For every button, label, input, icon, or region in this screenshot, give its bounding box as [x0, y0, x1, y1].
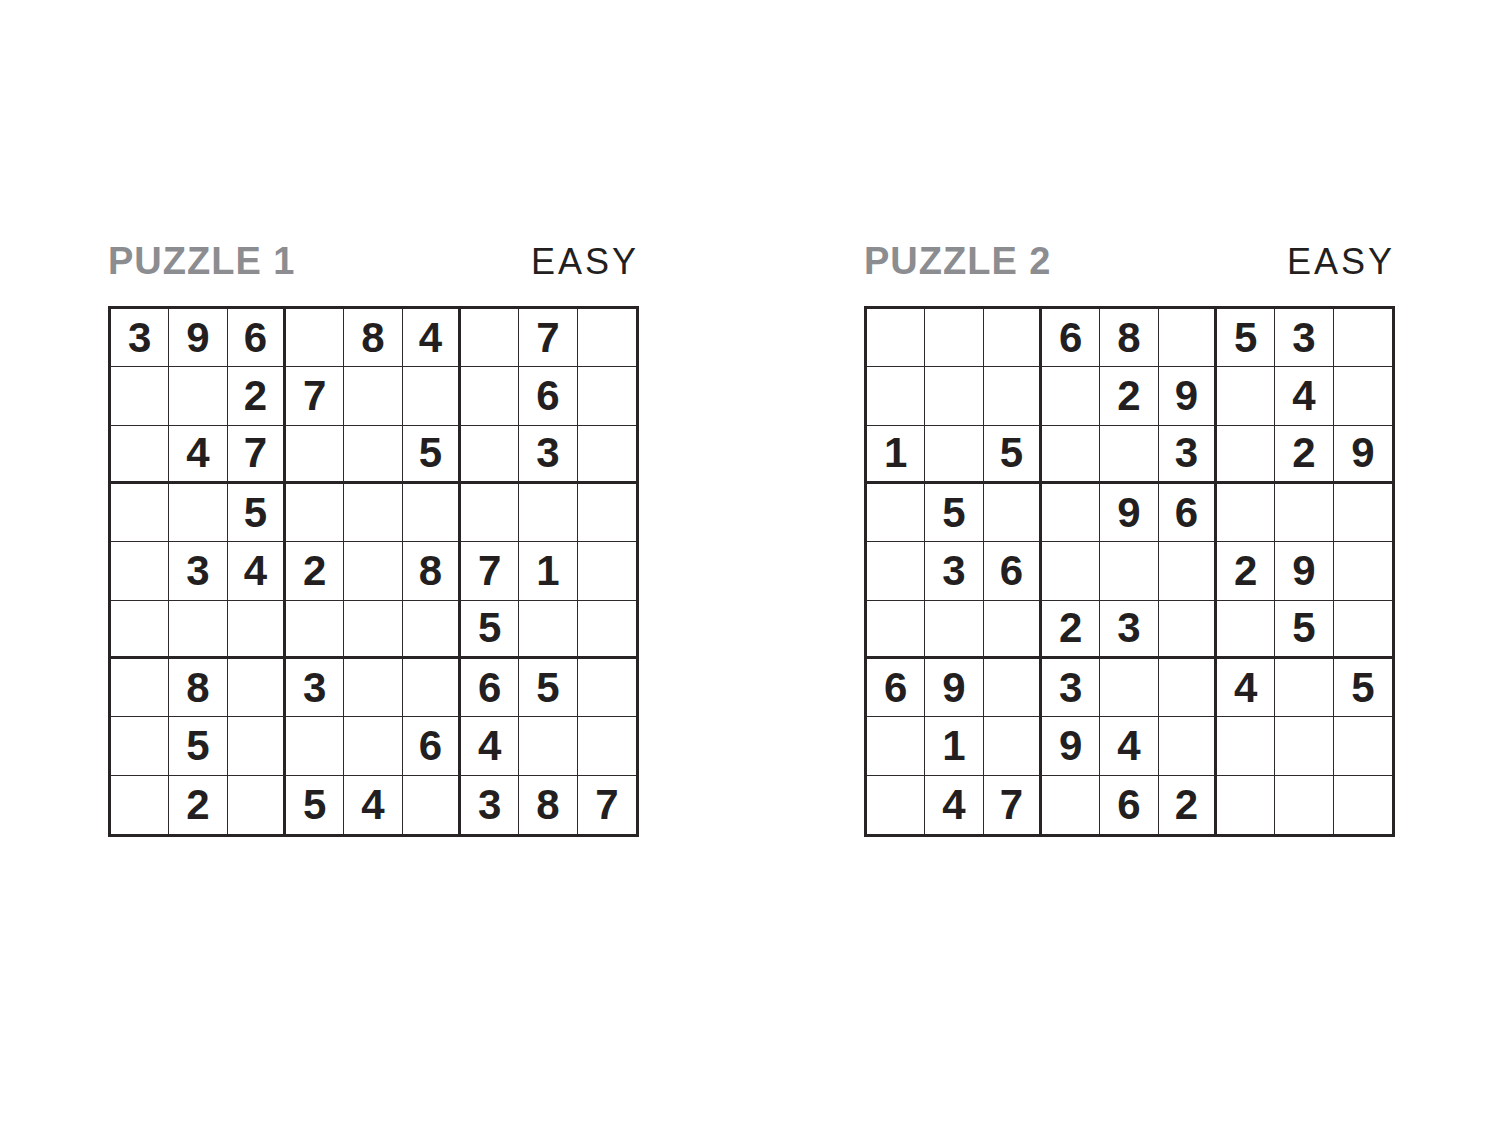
sudoku-cell-r8c1[interactable]: [867, 717, 925, 775]
sudoku-cell-r4c2[interactable]: 5: [925, 484, 983, 542]
sudoku-cell-r9c5[interactable]: 4: [344, 776, 402, 834]
sudoku-cell-r2c1[interactable]: [111, 367, 169, 425]
sudoku-cell-r3c1[interactable]: 1: [867, 426, 925, 484]
sudoku-cell-r1c4[interactable]: 6: [1042, 309, 1100, 367]
sudoku-cell-r7c1[interactable]: [111, 659, 169, 717]
sudoku-cell-r6c7[interactable]: 5: [461, 601, 519, 659]
sudoku-cell-r6c3[interactable]: [984, 601, 1042, 659]
sudoku-cell-r7c6[interactable]: [403, 659, 461, 717]
sudoku-cell-r9c6[interactable]: [403, 776, 461, 834]
sudoku-cell-r4c4[interactable]: [286, 484, 344, 542]
sudoku-cell-r9c7[interactable]: [1217, 776, 1275, 834]
sudoku-cell-r2c9[interactable]: [1334, 367, 1392, 425]
sudoku-cell-r3c2[interactable]: [925, 426, 983, 484]
sudoku-cell-r9c8[interactable]: [1275, 776, 1333, 834]
sudoku-cell-r9c7[interactable]: 3: [461, 776, 519, 834]
sudoku-cell-r4c3[interactable]: 5: [228, 484, 286, 542]
sudoku-cell-r5c4[interactable]: 2: [286, 542, 344, 600]
sudoku-cell-r6c7[interactable]: [1217, 601, 1275, 659]
sudoku-cell-r2c3[interactable]: 2: [228, 367, 286, 425]
sudoku-cell-r9c6[interactable]: 2: [1159, 776, 1217, 834]
sudoku-cell-r3c7[interactable]: [1217, 426, 1275, 484]
sudoku-cell-r6c2[interactable]: [169, 601, 227, 659]
sudoku-cell-r3c5[interactable]: [344, 426, 402, 484]
sudoku-cell-r1c6[interactable]: [1159, 309, 1217, 367]
sudoku-cell-r6c8[interactable]: 5: [1275, 601, 1333, 659]
sudoku-cell-r5c3[interactable]: 6: [984, 542, 1042, 600]
puzzle-1-title: PUZZLE 1: [108, 242, 295, 280]
sudoku-cell-r4c9[interactable]: [1334, 484, 1392, 542]
sudoku-cell-r3c1[interactable]: [111, 426, 169, 484]
sudoku-cell-r7c7[interactable]: 6: [461, 659, 519, 717]
sudoku-cell-r1c7[interactable]: [461, 309, 519, 367]
sudoku-cell-r4c7[interactable]: [461, 484, 519, 542]
sudoku-cell-r4c9[interactable]: [578, 484, 636, 542]
sudoku-cell-r7c8[interactable]: [1275, 659, 1333, 717]
sudoku-cell-r7c5[interactable]: [344, 659, 402, 717]
sudoku-cell-r1c3[interactable]: 6: [228, 309, 286, 367]
sudoku-cell-r1c8[interactable]: 3: [1275, 309, 1333, 367]
sudoku-cell-r3c6[interactable]: 3: [1159, 426, 1217, 484]
sudoku-cell-r8c6[interactable]: [1159, 717, 1217, 775]
sudoku-cell-r1c1[interactable]: [867, 309, 925, 367]
sudoku-cell-r3c2[interactable]: 4: [169, 426, 227, 484]
sudoku-cell-r2c2[interactable]: [169, 367, 227, 425]
sudoku-cell-r8c9[interactable]: [578, 717, 636, 775]
sudoku-cell-r6c2[interactable]: [925, 601, 983, 659]
sudoku-cell-r6c5[interactable]: 3: [1100, 601, 1158, 659]
sudoku-cell-r7c9[interactable]: [578, 659, 636, 717]
sudoku-cell-r4c6[interactable]: [403, 484, 461, 542]
sudoku-cell-r7c1[interactable]: 6: [867, 659, 925, 717]
sudoku-cell-r8c5[interactable]: [344, 717, 402, 775]
sudoku-cell-r9c4[interactable]: [1042, 776, 1100, 834]
sudoku-cell-r1c4[interactable]: [286, 309, 344, 367]
sudoku-cell-r9c8[interactable]: 8: [519, 776, 577, 834]
sudoku-cell-r3c8[interactable]: 3: [519, 426, 577, 484]
sudoku-cell-r2c9[interactable]: [578, 367, 636, 425]
sudoku-cell-r6c1[interactable]: [867, 601, 925, 659]
sudoku-cell-r7c9[interactable]: 5: [1334, 659, 1392, 717]
sudoku-cell-r2c1[interactable]: [867, 367, 925, 425]
sudoku-cell-r8c7[interactable]: 4: [461, 717, 519, 775]
sudoku-cell-r8c4[interactable]: [286, 717, 344, 775]
sudoku-cell-r2c6[interactable]: 9: [1159, 367, 1217, 425]
sudoku-cell-r6c4[interactable]: [286, 601, 344, 659]
sudoku-cell-r6c9[interactable]: [1334, 601, 1392, 659]
sudoku-cell-r5c2[interactable]: 3: [169, 542, 227, 600]
sudoku-cell-r2c7[interactable]: [461, 367, 519, 425]
puzzle-1-header: PUZZLE 1 EASY: [108, 242, 639, 284]
sudoku-cell-r3c6[interactable]: 5: [403, 426, 461, 484]
sudoku-cell-r8c4[interactable]: 9: [1042, 717, 1100, 775]
sudoku-cell-r7c5[interactable]: [1100, 659, 1158, 717]
sudoku-cell-r9c9[interactable]: [1334, 776, 1392, 834]
sudoku-cell-r6c3[interactable]: [228, 601, 286, 659]
sudoku-cell-r6c6[interactable]: [403, 601, 461, 659]
sudoku-cell-r2c4[interactable]: [1042, 367, 1100, 425]
sudoku-cell-r4c5[interactable]: 9: [1100, 484, 1158, 542]
sudoku-cell-r1c6[interactable]: 4: [403, 309, 461, 367]
sudoku-cell-r5c5[interactable]: [344, 542, 402, 600]
sudoku-cell-r3c9[interactable]: 9: [1334, 426, 1392, 484]
puzzle-2: PUZZLE 2 EASY 68532941532959636292356934…: [864, 242, 1395, 837]
sudoku-board-1: 3968472764753534287158365564254387: [108, 306, 639, 837]
sudoku-cell-r7c6[interactable]: [1159, 659, 1217, 717]
sudoku-cell-r7c3[interactable]: [984, 659, 1042, 717]
sudoku-cell-r3c8[interactable]: 2: [1275, 426, 1333, 484]
sudoku-cell-r2c8[interactable]: 4: [1275, 367, 1333, 425]
sudoku-cell-r7c2[interactable]: 8: [169, 659, 227, 717]
sudoku-cell-r9c1[interactable]: [111, 776, 169, 834]
sudoku-cell-r5c8[interactable]: 9: [1275, 542, 1333, 600]
sudoku-cell-r2c3[interactable]: [984, 367, 1042, 425]
sudoku-cell-r8c2[interactable]: 1: [925, 717, 983, 775]
sudoku-cell-r2c2[interactable]: [925, 367, 983, 425]
sudoku-cell-r3c3[interactable]: 7: [228, 426, 286, 484]
sudoku-cell-r6c5[interactable]: [344, 601, 402, 659]
puzzle-1-difficulty-label: EASY: [531, 244, 639, 280]
sudoku-cell-r1c5[interactable]: 8: [1100, 309, 1158, 367]
sudoku-cell-r3c7[interactable]: [461, 426, 519, 484]
sudoku-cell-r5c3[interactable]: 4: [228, 542, 286, 600]
sudoku-cell-r2c5[interactable]: [344, 367, 402, 425]
sudoku-cell-r5c9[interactable]: [578, 542, 636, 600]
sudoku-cell-r1c1[interactable]: 3: [111, 309, 169, 367]
sudoku-cell-r5c8[interactable]: 1: [519, 542, 577, 600]
sudoku-cell-r2c6[interactable]: [403, 367, 461, 425]
sudoku-cell-r7c2[interactable]: 9: [925, 659, 983, 717]
sudoku-cell-r4c8[interactable]: [1275, 484, 1333, 542]
sudoku-cell-r4c4[interactable]: [1042, 484, 1100, 542]
sudoku-cell-r5c1[interactable]: [111, 542, 169, 600]
sudoku-cell-r2c8[interactable]: 6: [519, 367, 577, 425]
sudoku-cell-r4c1[interactable]: [867, 484, 925, 542]
sudoku-cell-r3c3[interactable]: 5: [984, 426, 1042, 484]
sudoku-cell-r5c4[interactable]: [1042, 542, 1100, 600]
sudoku-cell-r5c6[interactable]: 8: [403, 542, 461, 600]
sudoku-cell-r9c4[interactable]: 5: [286, 776, 344, 834]
sudoku-cell-r9c1[interactable]: [867, 776, 925, 834]
sudoku-cell-r1c3[interactable]: [984, 309, 1042, 367]
sudoku-cell-r9c2[interactable]: 4: [925, 776, 983, 834]
sudoku-cell-r6c8[interactable]: [519, 601, 577, 659]
sudoku-cell-r8c2[interactable]: 5: [169, 717, 227, 775]
sudoku-cell-r2c5[interactable]: 2: [1100, 367, 1158, 425]
sudoku-board-2: 6853294153295963629235693451944762: [864, 306, 1395, 837]
sudoku-cell-r1c9[interactable]: [1334, 309, 1392, 367]
sudoku-cell-r1c7[interactable]: 5: [1217, 309, 1275, 367]
sudoku-cell-r5c1[interactable]: [867, 542, 925, 600]
sudoku-cell-r1c8[interactable]: 7: [519, 309, 577, 367]
sudoku-cell-r6c1[interactable]: [111, 601, 169, 659]
sudoku-cell-r8c7[interactable]: [1217, 717, 1275, 775]
sudoku-cell-r3c9[interactable]: [578, 426, 636, 484]
sudoku-cell-r9c5[interactable]: 6: [1100, 776, 1158, 834]
sudoku-cell-r5c5[interactable]: [1100, 542, 1158, 600]
sudoku-cell-r9c9[interactable]: 7: [578, 776, 636, 834]
sudoku-cell-r4c5[interactable]: [344, 484, 402, 542]
sudoku-cell-r9c3[interactable]: 7: [984, 776, 1042, 834]
sudoku-cell-r6c6[interactable]: [1159, 601, 1217, 659]
sudoku-cell-r2c4[interactable]: 7: [286, 367, 344, 425]
sudoku-cell-r7c4[interactable]: 3: [1042, 659, 1100, 717]
sudoku-cell-r5c2[interactable]: 3: [925, 542, 983, 600]
sudoku-cell-r9c2[interactable]: 2: [169, 776, 227, 834]
sudoku-cell-r1c2[interactable]: 9: [169, 309, 227, 367]
puzzle-2-title: PUZZLE 2: [864, 242, 1051, 280]
sudoku-cell-r3c4[interactable]: [286, 426, 344, 484]
sudoku-cell-r5c6[interactable]: [1159, 542, 1217, 600]
sudoku-cell-r6c9[interactable]: [578, 601, 636, 659]
sudoku-cell-r8c8[interactable]: [1275, 717, 1333, 775]
sudoku-cell-r7c7[interactable]: 4: [1217, 659, 1275, 717]
sudoku-cell-r1c2[interactable]: [925, 309, 983, 367]
sudoku-cell-r8c9[interactable]: [1334, 717, 1392, 775]
sudoku-cell-r3c5[interactable]: [1100, 426, 1158, 484]
sudoku-cell-r8c5[interactable]: 4: [1100, 717, 1158, 775]
puzzle-2-header: PUZZLE 2 EASY: [864, 242, 1395, 284]
sudoku-cell-r8c3[interactable]: [984, 717, 1042, 775]
sudoku-cell-r1c9[interactable]: [578, 309, 636, 367]
sudoku-cell-r8c8[interactable]: [519, 717, 577, 775]
puzzle-2-difficulty-label: EASY: [1287, 244, 1395, 280]
sudoku-cell-r2c7[interactable]: [1217, 367, 1275, 425]
puzzle-1: PUZZLE 1 EASY 39684727647535342871583655…: [108, 242, 639, 837]
sudoku-cell-r8c1[interactable]: [111, 717, 169, 775]
sudoku-cell-r4c2[interactable]: [169, 484, 227, 542]
sudoku-cell-r7c8[interactable]: 5: [519, 659, 577, 717]
sudoku-cell-r1c5[interactable]: 8: [344, 309, 402, 367]
sudoku-cell-r5c7[interactable]: 2: [1217, 542, 1275, 600]
sudoku-cell-r4c1[interactable]: [111, 484, 169, 542]
sudoku-cell-r3c4[interactable]: [1042, 426, 1100, 484]
sudoku-cell-r9c3[interactable]: [228, 776, 286, 834]
sudoku-cell-r7c4[interactable]: 3: [286, 659, 344, 717]
sudoku-cell-r4c3[interactable]: [984, 484, 1042, 542]
sudoku-cell-r7c3[interactable]: [228, 659, 286, 717]
sudoku-cell-r4c8[interactable]: [519, 484, 577, 542]
sudoku-cell-r5c7[interactable]: 7: [461, 542, 519, 600]
sudoku-cell-r4c7[interactable]: [1217, 484, 1275, 542]
sudoku-cell-r4c6[interactable]: 6: [1159, 484, 1217, 542]
sudoku-cell-r8c6[interactable]: 6: [403, 717, 461, 775]
sudoku-cell-r6c4[interactable]: 2: [1042, 601, 1100, 659]
sudoku-cell-r5c9[interactable]: [1334, 542, 1392, 600]
sudoku-cell-r8c3[interactable]: [228, 717, 286, 775]
